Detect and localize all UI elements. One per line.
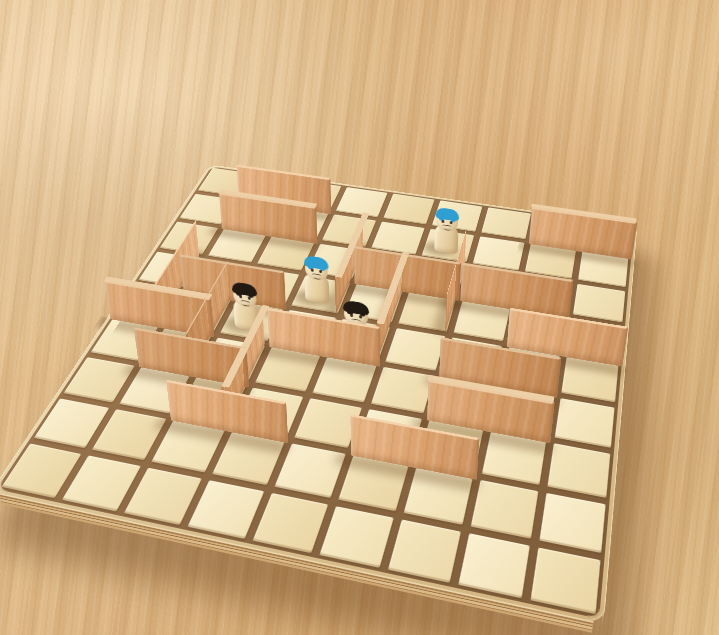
table-surface (0, 0, 719, 635)
pawn-eye-left (350, 314, 353, 318)
pawn-mouth (314, 275, 321, 280)
quoridor-board (0, 164, 638, 624)
pawn-eye-right (450, 221, 453, 224)
pawn-mouth (242, 302, 249, 307)
pawn-figure (430, 200, 465, 255)
wall-top-edge (236, 165, 330, 178)
pawn-eye-left (239, 295, 242, 299)
pawn-eye-right (248, 296, 251, 300)
pawn-eye-right (359, 315, 362, 319)
pawn-hair-black (231, 281, 257, 297)
scene (0, 0, 719, 635)
pawn-eye-right (319, 270, 322, 274)
wall-top-edge (531, 204, 636, 223)
pawn-hair-blue (435, 207, 459, 222)
pawn-eye-left (442, 220, 445, 223)
pawn-mouth (444, 226, 450, 231)
pawn-hair-blue (304, 255, 329, 271)
pawn-hair-black (343, 300, 369, 316)
pawn-eye-left (311, 268, 314, 272)
pawn-figure (299, 248, 334, 305)
